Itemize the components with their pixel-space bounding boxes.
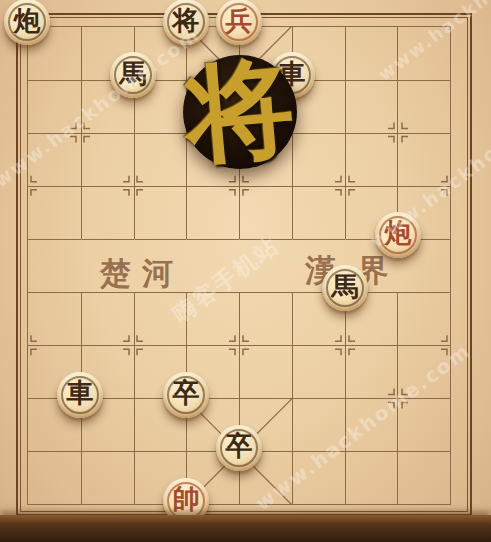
board-cell[interactable]	[292, 451, 345, 504]
board-cell[interactable]	[239, 239, 292, 292]
board-cell[interactable]	[134, 292, 187, 345]
board-cell[interactable]	[345, 80, 398, 133]
board-cell[interactable]	[292, 186, 345, 239]
board-cell[interactable]	[397, 27, 450, 80]
piece-black-cannon[interactable]: 炮	[4, 0, 50, 45]
board-cell[interactable]	[292, 398, 345, 451]
piece-black-pawn[interactable]: 卒	[163, 372, 209, 418]
board-cell[interactable]	[81, 451, 134, 504]
piece-glyph: 車	[279, 61, 306, 88]
piece-glyph: 兵	[226, 8, 253, 35]
piece-glyph: 卒	[226, 433, 253, 460]
board-cell[interactable]	[292, 345, 345, 398]
board-cell[interactable]	[186, 80, 239, 133]
board-cell[interactable]	[81, 292, 134, 345]
board-cell[interactable]	[397, 133, 450, 186]
piece-glyph: 車	[67, 380, 94, 407]
board-cell[interactable]	[28, 133, 81, 186]
board-cell[interactable]	[292, 133, 345, 186]
piece-glyph: 帥	[173, 486, 200, 513]
board-cell[interactable]	[134, 133, 187, 186]
board-cell[interactable]	[345, 398, 398, 451]
table-edge	[0, 515, 491, 542]
board-cell[interactable]	[28, 239, 81, 292]
piece-black-chariot[interactable]: 車	[269, 52, 315, 98]
board-cell[interactable]	[345, 345, 398, 398]
piece-black-horse[interactable]: 馬	[322, 265, 368, 311]
piece-black-chariot[interactable]: 車	[57, 372, 103, 418]
board-cell[interactable]	[134, 239, 187, 292]
board-cell[interactable]	[397, 345, 450, 398]
board-cell[interactable]	[239, 186, 292, 239]
board-cell[interactable]	[397, 451, 450, 504]
piece-glyph: 卒	[173, 380, 200, 407]
board-cell[interactable]	[239, 345, 292, 398]
board-cell[interactable]	[81, 239, 134, 292]
board-cell[interactable]	[186, 186, 239, 239]
piece-glyph: 炮	[385, 220, 412, 247]
piece-black-general[interactable]: 将	[163, 0, 209, 45]
board-cell[interactable]	[345, 133, 398, 186]
board-cell[interactable]	[345, 451, 398, 504]
board-cell[interactable]	[28, 80, 81, 133]
board-cell[interactable]	[186, 133, 239, 186]
board-cell[interactable]	[28, 186, 81, 239]
board-cell[interactable]	[397, 292, 450, 345]
board-cell[interactable]	[28, 292, 81, 345]
piece-black-horse[interactable]: 馬	[110, 52, 156, 98]
board-cell[interactable]	[186, 292, 239, 345]
board-cell[interactable]	[239, 133, 292, 186]
piece-red-cannon[interactable]: 炮	[375, 212, 421, 258]
board-cell[interactable]	[239, 292, 292, 345]
board-cell[interactable]	[81, 186, 134, 239]
piece-black-pawn[interactable]: 卒	[216, 425, 262, 471]
board-cell[interactable]	[397, 80, 450, 133]
board-cell[interactable]	[28, 451, 81, 504]
board-cell[interactable]	[397, 398, 450, 451]
piece-glyph: 馬	[332, 274, 359, 301]
board-cell[interactable]	[186, 239, 239, 292]
piece-red-pawn[interactable]: 兵	[216, 0, 262, 45]
piece-glyph: 馬	[120, 61, 147, 88]
board-cell[interactable]	[345, 27, 398, 80]
xiangqi-board-screen: 楚河 漢界 炮将兵馬車炮馬車卒卒帥 www.hackhome.com嗨客手机站w…	[0, 0, 491, 542]
board-cell[interactable]	[81, 133, 134, 186]
board-cell[interactable]	[134, 186, 187, 239]
piece-glyph: 炮	[14, 8, 41, 35]
piece-glyph: 将	[173, 8, 200, 35]
